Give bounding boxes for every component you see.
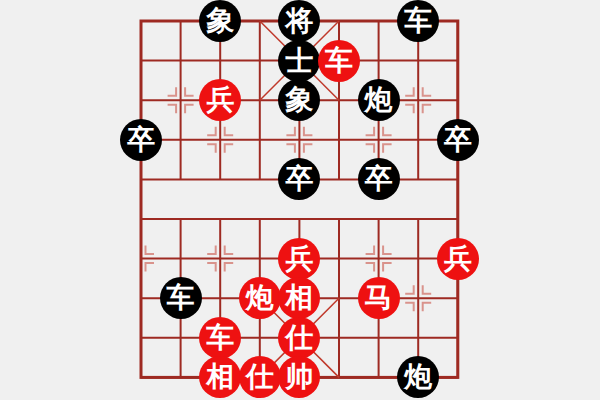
piece-black-elephant[interactable]: 象 [199, 0, 241, 42]
piece-red-cannon[interactable]: 炮 [239, 277, 281, 319]
piece-red-soldier[interactable]: 兵 [437, 238, 479, 280]
piece-black-chariot[interactable]: 车 [160, 277, 202, 319]
piece-black-advisor[interactable]: 士 [278, 40, 320, 82]
piece-red-soldier[interactable]: 兵 [278, 238, 320, 280]
piece-black-soldier[interactable]: 卒 [278, 158, 320, 200]
piece-red-elephant[interactable]: 相 [278, 277, 320, 319]
piece-black-elephant[interactable]: 象 [278, 79, 320, 121]
piece-red-chariot[interactable]: 车 [199, 317, 241, 359]
piece-black-soldier[interactable]: 卒 [358, 158, 400, 200]
piece-red-advisor[interactable]: 仕 [278, 317, 320, 359]
piece-red-horse[interactable]: 马 [358, 277, 400, 319]
piece-red-general[interactable]: 帅 [278, 356, 320, 398]
pieces-layer: 象将车士车兵象炮卒卒卒卒兵兵车炮相马车仕相仕帅炮 [121, 1, 477, 397]
piece-red-elephant[interactable]: 相 [199, 356, 241, 398]
piece-red-soldier[interactable]: 兵 [199, 79, 241, 121]
piece-red-chariot[interactable]: 车 [318, 40, 360, 82]
piece-black-general[interactable]: 将 [278, 0, 320, 42]
piece-black-cannon[interactable]: 炮 [397, 356, 439, 398]
piece-red-advisor[interactable]: 仕 [239, 356, 281, 398]
piece-black-soldier[interactable]: 卒 [437, 119, 479, 161]
piece-black-soldier[interactable]: 卒 [120, 119, 162, 161]
piece-black-cannon[interactable]: 炮 [358, 79, 400, 121]
xiangqi-app: 象将车士车兵象炮卒卒卒卒兵兵车炮相马车仕相仕帅炮 [0, 0, 600, 400]
piece-black-chariot[interactable]: 车 [397, 0, 439, 42]
